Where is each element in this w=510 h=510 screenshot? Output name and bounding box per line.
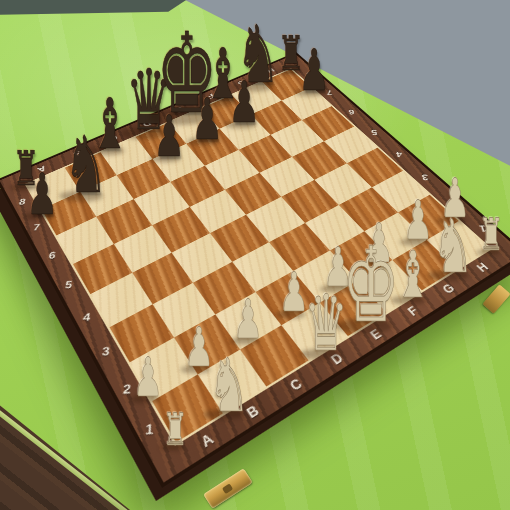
rank-label-left-2: 2 xyxy=(122,381,131,397)
rank-label-right-6: 6 xyxy=(348,108,355,116)
rank-label-left-3: 3 xyxy=(101,344,110,358)
photo-stage: ABCDEFGHABCDEFGH1234567812345678 ♜♝♛♚♝♞♜… xyxy=(0,0,510,510)
rank-label-left-1: 1 xyxy=(145,421,154,438)
rank-label-right-7: 7 xyxy=(326,89,332,97)
rank-label-left-4: 4 xyxy=(82,310,91,323)
rank-label-right-8: 8 xyxy=(306,71,312,78)
